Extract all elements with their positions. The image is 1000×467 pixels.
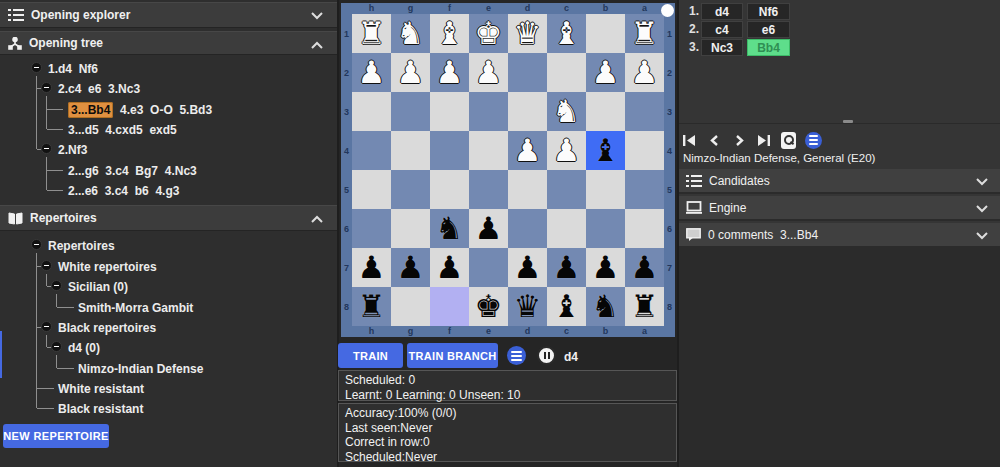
pause-button[interactable] [537, 346, 556, 365]
selected-move-highlight: 3...Bb4 [68, 102, 113, 118]
rank-labels-right: 12345678 [664, 14, 675, 326]
tree-item-black-resistant[interactable]: Black resistant [58, 398, 143, 418]
square-f1[interactable]: ♝ [430, 14, 469, 53]
tree-connector [47, 129, 63, 130]
tree-connector [46, 157, 47, 190]
square-g6[interactable] [391, 209, 430, 248]
stat-line-scheduled-never: Scheduled:Never [345, 450, 670, 465]
file-label-f: f [430, 326, 469, 337]
square-e2[interactable]: ♟ [469, 53, 508, 92]
file-label-a: a [625, 3, 664, 14]
new-repertoire-button[interactable]: NEW REPERTOIRE [3, 424, 109, 448]
rank-label-1: 1 [664, 14, 675, 53]
rank-label-5: 5 [341, 170, 352, 209]
rank-label-1: 1 [341, 14, 352, 53]
file-label-d: d [508, 3, 547, 14]
piece-br-h8[interactable]: ♜ [358, 287, 386, 326]
square-c2[interactable] [547, 53, 586, 92]
file-label-c: c [547, 326, 586, 337]
piece-br-a8[interactable]: ♜ [631, 287, 659, 326]
move-number: 3. [683, 39, 703, 56]
monitor-icon [686, 201, 702, 214]
piece-bp-f7[interactable]: ♟ [436, 248, 464, 287]
rank-label-5: 5 [664, 170, 675, 209]
stat-line-last-seen-never: Last seen:Never [345, 421, 670, 436]
square-d4[interactable]: ♟ [508, 131, 547, 170]
move-nav-toolbar [681, 130, 822, 150]
tree-item-black-repertoires[interactable]: Black repertoires [58, 317, 156, 337]
tree-item-2-c4-e6-3-nc3[interactable]: 2.c4 e6 3.Nc3 [58, 78, 140, 98]
stat-line-correct-in-row-0: Correct in row:0 [345, 435, 670, 450]
square-a3[interactable] [625, 92, 664, 131]
comment-icon [686, 228, 701, 241]
train-menu-icon[interactable] [507, 346, 526, 365]
square-h4[interactable] [352, 131, 391, 170]
piece-bp-a7[interactable]: ♟ [631, 248, 659, 287]
square-b1[interactable] [586, 14, 625, 53]
app-window: Opening explorer Opening tree 1.d4 Nf62.… [0, 0, 1000, 467]
tree-connector [47, 170, 63, 171]
schedule-stats: Scheduled: 0Learnt: 0 Learning: 0 Unseen… [338, 370, 677, 401]
tree-connector [47, 109, 63, 110]
train-button[interactable]: TRAIN [338, 343, 403, 368]
collapse-icon[interactable] [31, 62, 42, 73]
square-e5[interactable] [469, 170, 508, 209]
file-label-b: b [586, 3, 625, 14]
tree-connector [46, 274, 47, 286]
collapse-icon[interactable] [41, 260, 52, 271]
square-b4[interactable]: ♝ [586, 131, 625, 170]
piece-wp-g2[interactable]: ♟ [397, 53, 425, 92]
square-h2[interactable]: ♟ [352, 53, 391, 92]
move-number: 2. [683, 21, 703, 38]
piece-bp-b7[interactable]: ♟ [592, 248, 620, 287]
section-candidates[interactable]: Candidates [679, 169, 1000, 194]
square-c1[interactable]: ♝ [547, 14, 586, 53]
square-c4[interactable]: ♟ [547, 131, 586, 170]
square-c8[interactable]: ♝ [547, 287, 586, 326]
square-c5[interactable] [547, 170, 586, 209]
last-move-button[interactable] [756, 132, 772, 148]
square-a8[interactable]: ♜ [625, 287, 664, 326]
tree-item-d4-0[interactable]: d4 (0) [68, 337, 100, 357]
piece-bp-d7[interactable]: ♟ [514, 248, 542, 287]
piece-wn-g1[interactable]: ♞ [397, 14, 425, 53]
tree-connector [47, 190, 63, 191]
repertoires-label: Repertoires [30, 211, 97, 225]
list-icon [686, 175, 702, 187]
tree-item-2-nf3[interactable]: 2.Nf3 [58, 139, 87, 159]
tree-connector [46, 96, 47, 129]
piece-wn-c3[interactable]: ♞ [553, 92, 581, 131]
square-a5[interactable] [625, 170, 664, 209]
piece-wb-c1[interactable]: ♝ [553, 14, 581, 53]
side-to-move-indicator [661, 4, 674, 17]
square-b5[interactable] [586, 170, 625, 209]
square-g7[interactable]: ♟ [391, 248, 430, 287]
piece-wr-a1[interactable]: ♜ [631, 14, 659, 53]
piece-bk-e8[interactable]: ♚ [475, 287, 503, 326]
rank-labels-left: 12345678 [341, 14, 352, 326]
next-move-button[interactable] [731, 132, 747, 148]
square-a7[interactable]: ♟ [625, 248, 664, 287]
first-move-button[interactable] [681, 132, 697, 148]
square-d6[interactable] [508, 209, 547, 248]
previous-move-button[interactable] [706, 132, 722, 148]
tree-item-1-d4-nf6[interactable]: 1.d4 Nf6 [48, 58, 98, 78]
file-label-e: e [469, 3, 508, 14]
square-e8[interactable]: ♚ [469, 287, 508, 326]
square-e1[interactable]: ♚ [469, 14, 508, 53]
tree-item-nimzo-indian-defense[interactable]: Nimzo-Indian Defense [78, 358, 203, 378]
preview-search-icon[interactable] [781, 132, 796, 149]
chevron-down-icon[interactable] [311, 12, 323, 20]
square-c3[interactable]: ♞ [547, 92, 586, 131]
rank-label-4: 4 [341, 131, 352, 170]
accuracy-stats: Accuracy:100% (0/0)Last seen:NeverCorrec… [338, 403, 677, 462]
piece-bb-b4[interactable]: ♝ [592, 131, 620, 170]
tree-item-2-g6-3-c4-bg7-4-nc3[interactable]: 2...g6 3.c4 Bg7 4.Nc3 [68, 160, 197, 180]
piece-bq-d8[interactable]: ♛ [514, 287, 542, 326]
collapse-icon[interactable] [51, 280, 62, 291]
square-f5[interactable] [430, 170, 469, 209]
repertoires-header[interactable]: Repertoires [0, 205, 337, 231]
piece-bp-g7[interactable]: ♟ [397, 248, 425, 287]
move-white-d4[interactable]: d4 [701, 3, 743, 20]
opening-explorer-header[interactable]: Opening explorer [0, 2, 337, 28]
rank-label-2: 2 [664, 53, 675, 92]
move-white-nc3[interactable]: Nc3 [701, 39, 743, 56]
opening-tree-label: Opening tree [29, 36, 103, 50]
square-d8[interactable]: ♛ [508, 287, 547, 326]
opening-explorer-label: Opening explorer [31, 8, 130, 22]
rank-label-2: 2 [341, 53, 352, 92]
collapse-icon[interactable] [51, 341, 62, 352]
move-white-c4[interactable]: c4 [701, 21, 743, 38]
tree-icon [8, 37, 22, 50]
square-g1[interactable]: ♞ [391, 14, 430, 53]
tree-connector [37, 388, 54, 389]
file-labels-top: hgfedcba [352, 3, 664, 14]
square-f3[interactable] [430, 92, 469, 131]
move-black-nf6[interactable]: Nf6 [747, 3, 790, 20]
piece-wp-b2[interactable]: ♟ [592, 53, 620, 92]
square-h7[interactable]: ♟ [352, 248, 391, 287]
square-f7[interactable]: ♟ [430, 248, 469, 287]
square-g5[interactable] [391, 170, 430, 209]
square-a1[interactable]: ♜ [625, 14, 664, 53]
train-branch-button[interactable]: TRAIN BRANCH [407, 343, 498, 368]
file-label-b: b [586, 326, 625, 337]
collapse-icon[interactable] [41, 82, 52, 93]
tree-item-repertoires[interactable]: Repertoires [48, 235, 115, 255]
stat-line-accuracy-100-0-0: Accuracy:100% (0/0) [345, 406, 670, 421]
square-a2[interactable]: ♟ [625, 53, 664, 92]
piece-wq-d1[interactable]: ♛ [514, 14, 542, 53]
square-c6[interactable] [547, 209, 586, 248]
tree-item-white-repertoires[interactable]: White repertoires [58, 256, 157, 276]
file-label-h: h [352, 3, 391, 14]
chevron-down-icon[interactable] [976, 178, 988, 186]
piece-bp-e6[interactable]: ♟ [475, 209, 503, 248]
square-g4[interactable] [391, 131, 430, 170]
chevron-down-icon[interactable] [976, 232, 988, 240]
move-black-e6[interactable]: e6 [747, 21, 790, 38]
square-g8[interactable] [391, 287, 430, 326]
tree-connector [36, 76, 37, 149]
square-h6[interactable] [352, 209, 391, 248]
square-a4[interactable] [625, 131, 664, 170]
piece-wb-f1[interactable]: ♝ [436, 14, 464, 53]
tree-item-sicilian-0[interactable]: Sicilian (0) [68, 276, 128, 296]
file-label-f: f [430, 3, 469, 14]
tree-item-smith-morra-gambit[interactable]: Smith-Morra Gambit [78, 297, 193, 317]
opening-tree-header[interactable]: Opening tree [0, 31, 337, 55]
list-icon [8, 9, 24, 21]
piece-bp-h7[interactable]: ♟ [358, 248, 386, 287]
square-d5[interactable] [508, 170, 547, 209]
piece-wp-d4[interactable]: ♟ [514, 131, 542, 170]
tree-connector [56, 294, 57, 307]
tree-connector [57, 368, 74, 369]
rank-label-7: 7 [664, 248, 675, 287]
file-label-g: g [391, 326, 430, 337]
square-b7[interactable]: ♟ [586, 248, 625, 287]
piece-wp-f2[interactable]: ♟ [436, 53, 464, 92]
square-h1[interactable]: ♜ [352, 14, 391, 53]
square-d3[interactable] [508, 92, 547, 131]
file-label-e: e [469, 326, 508, 337]
piece-wp-h2[interactable]: ♟ [358, 53, 386, 92]
stat-line-scheduled-0: Scheduled: 0 [345, 373, 670, 388]
divider-line [679, 123, 1000, 124]
square-b6[interactable] [586, 209, 625, 248]
piece-bn-f6[interactable]: ♞ [436, 209, 464, 248]
square-e3[interactable] [469, 92, 508, 131]
tree-item-2-e6-3-c4-b6-4-g3[interactable]: 2...e6 3.c4 b6 4.g3 [68, 180, 179, 200]
move-black-bb4[interactable]: Bb4 [747, 39, 790, 56]
rank-label-8: 8 [664, 287, 675, 326]
piece-bn-b8[interactable]: ♞ [592, 287, 620, 326]
collapse-icon[interactable] [41, 321, 52, 332]
square-a6[interactable] [625, 209, 664, 248]
rank-label-6: 6 [664, 209, 675, 248]
chevron-up-icon[interactable] [311, 41, 323, 49]
section-label: Engine [709, 201, 746, 215]
piece-bb-c8[interactable]: ♝ [553, 287, 581, 326]
tree-item-3-d5-4-cxd5-exd5[interactable]: 3...d5 4.cxd5 exd5 [68, 119, 177, 139]
square-f2[interactable]: ♟ [430, 53, 469, 92]
rank-label-4: 4 [664, 131, 675, 170]
square-f6[interactable]: ♞ [430, 209, 469, 248]
chevron-up-icon[interactable] [311, 215, 323, 223]
file-labels-bottom: hgfedcba [352, 326, 664, 337]
tree-item-white-resistant[interactable]: White resistant [58, 378, 144, 398]
square-e6[interactable]: ♟ [469, 209, 508, 248]
file-label-c: c [547, 3, 586, 14]
file-label-h: h [352, 326, 391, 337]
tree-connector [56, 355, 57, 368]
stat-line-learnt-0-learning-0-unseen-10: Learnt: 0 Learning: 0 Unseen: 10 [345, 388, 670, 403]
square-b8[interactable]: ♞ [586, 287, 625, 326]
tree-item-3-bb4[interactable]: 3...Bb4 4.e3 O-O 5.Bd3 [68, 99, 212, 119]
piece-wp-e2[interactable]: ♟ [475, 53, 503, 92]
rank-label-8: 8 [341, 287, 352, 326]
square-e4[interactable] [469, 131, 508, 170]
square-g2[interactable]: ♟ [391, 53, 430, 92]
square-h8[interactable]: ♜ [352, 287, 391, 326]
section-0-comments-3-bb4[interactable]: 0 comments 3...Bb4 [679, 223, 1000, 248]
section-engine[interactable]: Engine [679, 196, 1000, 221]
collapse-icon[interactable] [41, 143, 52, 154]
divider-handle[interactable] [843, 120, 853, 123]
rank-label-7: 7 [341, 248, 352, 287]
current-move-label: d4 [564, 350, 578, 364]
file-label-a: a [625, 326, 664, 337]
file-label-g: g [391, 3, 430, 14]
book-icon [8, 212, 23, 225]
section-label: Candidates [709, 174, 770, 188]
square-e7[interactable] [469, 248, 508, 287]
piece-wp-a2[interactable]: ♟ [631, 53, 659, 92]
chevron-down-icon[interactable] [976, 205, 988, 213]
rank-label-3: 3 [664, 92, 675, 131]
square-g3[interactable] [391, 92, 430, 131]
board-grid: ♜♞♝♚♛♝♜♟♟♟♟♟♟♞♟♟♝♞♟♟♟♟♟♟♟♟♜♚♛♝♞♜ [352, 14, 664, 326]
collapse-icon[interactable] [31, 239, 42, 250]
move-number: 1. [683, 3, 703, 20]
square-h3[interactable] [352, 92, 391, 131]
square-d2[interactable] [508, 53, 547, 92]
rank-label-3: 3 [341, 92, 352, 131]
square-f8[interactable] [430, 287, 469, 326]
move-list-menu-icon[interactable] [805, 132, 822, 149]
square-d7[interactable]: ♟ [508, 248, 547, 287]
piece-wp-c4[interactable]: ♟ [553, 131, 581, 170]
square-h5[interactable] [352, 170, 391, 209]
scroll-indicator [0, 331, 2, 378]
square-b2[interactable]: ♟ [586, 53, 625, 92]
right-panel-lower [679, 248, 1000, 467]
tree-connector [46, 335, 47, 347]
section-label: 0 comments 3...Bb4 [708, 228, 818, 242]
file-label-d: d [508, 326, 547, 337]
rank-label-6: 6 [341, 209, 352, 248]
tree-connector [37, 408, 54, 409]
tree-connector [57, 307, 74, 308]
piece-wr-h1[interactable]: ♜ [358, 14, 386, 53]
square-d1[interactable]: ♛ [508, 14, 547, 53]
tree-connector [36, 253, 37, 408]
piece-bp-c7[interactable]: ♟ [553, 248, 581, 287]
square-b3[interactable] [586, 92, 625, 131]
opening-name: Nimzo-Indian Defense, General (E20) [683, 152, 875, 164]
square-c7[interactable]: ♟ [547, 248, 586, 287]
square-f4[interactable] [430, 131, 469, 170]
piece-wk-e1[interactable]: ♚ [475, 14, 503, 53]
